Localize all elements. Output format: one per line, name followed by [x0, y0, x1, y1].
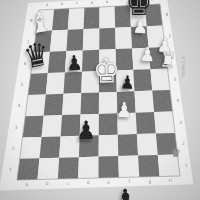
- file-label-bottom-d: d: [87, 180, 90, 185]
- square-d8[interactable]: [84, 7, 100, 29]
- square-b4[interactable]: [44, 94, 64, 116]
- white-pawn-f3[interactable]: ♟: [116, 100, 132, 121]
- rank-label-right-2: 2: [182, 141, 185, 146]
- square-d1[interactable]: [78, 157, 99, 179]
- square-d4[interactable]: [81, 93, 100, 115]
- square-b2[interactable]: [40, 136, 61, 158]
- board-branding-text: ©Chess: [181, 55, 186, 77]
- file-label-top-b: b: [61, 1, 64, 6]
- black-queen-a5[interactable]: ♛: [22, 38, 52, 75]
- square-g2[interactable]: [137, 134, 158, 156]
- square-f7[interactable]: [115, 27, 132, 49]
- captured-black-piece[interactable]: ♟: [114, 185, 138, 200]
- black-pawn-c5[interactable]: ♟: [66, 52, 83, 74]
- rank-label-left-5: 5: [21, 82, 24, 87]
- square-a4[interactable]: [25, 94, 46, 116]
- rank-label-left-4: 4: [18, 103, 21, 108]
- rank-label-left-1: 1: [9, 167, 12, 172]
- square-c7[interactable]: [66, 29, 83, 51]
- square-e2[interactable]: [99, 135, 119, 157]
- square-a3[interactable]: [23, 116, 44, 138]
- square-h4[interactable]: [152, 90, 172, 112]
- chessboard-photo: aabbccddeeffgghh8877665544332211 ♚♝♟♟♛♟♟…: [0, 0, 200, 200]
- white-bishop-a7[interactable]: ♝: [28, 7, 53, 38]
- file-label-bottom-h: h: [169, 178, 172, 183]
- square-g4[interactable]: [135, 91, 155, 113]
- square-e1[interactable]: [99, 156, 119, 178]
- file-label-bottom-g: g: [148, 179, 151, 184]
- white-rook-h5[interactable]: ♜: [159, 49, 177, 71]
- rank-label-right-1: 1: [185, 163, 188, 168]
- square-e4[interactable]: [99, 92, 117, 114]
- square-e7[interactable]: [99, 28, 115, 50]
- rank-label-left-2: 2: [12, 146, 15, 151]
- square-e3[interactable]: [99, 113, 118, 135]
- square-h5[interactable]: [150, 69, 170, 91]
- photo-scene: aabbccddeeffgghh8877665544332211 ♚♝♟♟♛♟♟…: [0, 0, 200, 200]
- file-label-bottom-b: b: [46, 181, 49, 186]
- square-d7[interactable]: [83, 28, 100, 50]
- square-g1[interactable]: [138, 155, 160, 177]
- rank-label-right-4: 4: [177, 98, 180, 103]
- black-pawn-d2[interactable]: ♟: [76, 119, 96, 144]
- board-crest-logo-icon: ♛: [169, 148, 183, 159]
- square-a2[interactable]: [20, 137, 42, 159]
- file-label-top-d: d: [91, 0, 94, 5]
- square-g5[interactable]: [133, 69, 152, 91]
- rank-label-left-3: 3: [15, 125, 18, 130]
- square-a5[interactable]: [28, 73, 48, 95]
- square-f2[interactable]: [118, 134, 138, 156]
- square-f1[interactable]: [118, 156, 139, 178]
- white-king-e4[interactable]: ♚: [93, 53, 121, 89]
- square-b1[interactable]: [37, 158, 59, 180]
- square-b3[interactable]: [42, 115, 63, 137]
- rank-label-right-3: 3: [179, 120, 182, 125]
- file-label-top-c: c: [76, 0, 78, 5]
- square-b8[interactable]: [52, 9, 69, 31]
- square-h3[interactable]: [154, 112, 175, 134]
- square-a1[interactable]: [17, 158, 40, 180]
- square-c1[interactable]: [58, 157, 79, 179]
- black-pawn-f4[interactable]: ♟: [120, 74, 135, 93]
- rank-label-right-5: 5: [174, 77, 177, 82]
- file-label-bottom-a: a: [25, 182, 28, 187]
- file-label-bottom-e: e: [107, 180, 110, 185]
- white-pawn-g7[interactable]: ♟: [132, 17, 148, 37]
- square-e8[interactable]: [99, 6, 115, 28]
- white-pawn-g5[interactable]: ♟: [139, 44, 155, 64]
- square-b5[interactable]: [46, 72, 65, 94]
- square-c4[interactable]: [62, 93, 81, 115]
- square-g3[interactable]: [136, 112, 156, 134]
- rank-label-right-8: 8: [166, 12, 169, 17]
- square-c8[interactable]: [68, 8, 85, 30]
